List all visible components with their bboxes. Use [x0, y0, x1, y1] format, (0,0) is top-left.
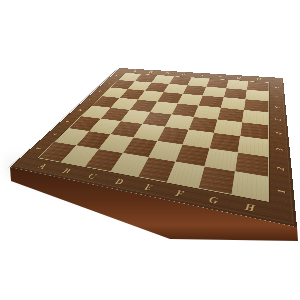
square-g1: [199, 167, 235, 194]
square-h1: [232, 172, 268, 201]
ranks-right-strip: 87654321: [269, 82, 295, 206]
chessboard-product-photo: ABCDEFGH 87654321 87654321 ABCDEFGH: [0, 0, 300, 300]
